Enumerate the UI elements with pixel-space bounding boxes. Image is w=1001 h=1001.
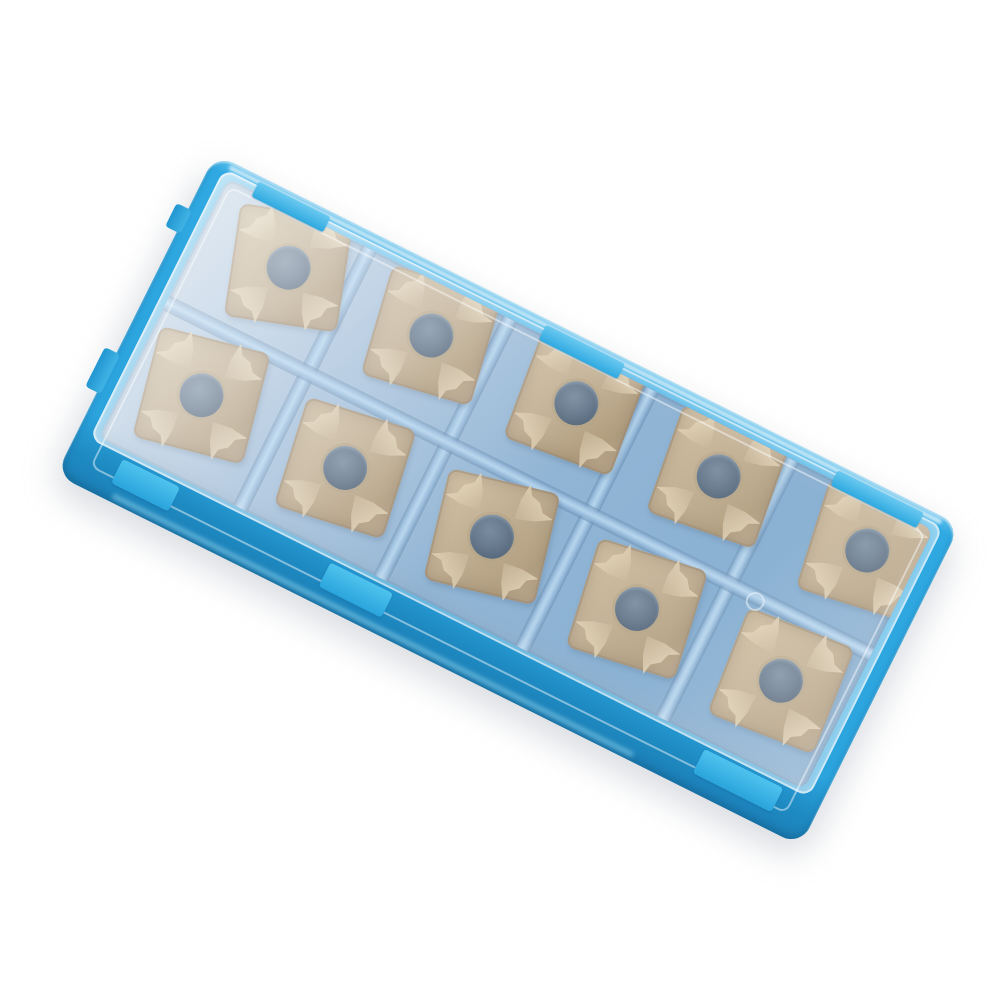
insert-hole [318, 440, 373, 495]
insert-hole [691, 448, 747, 504]
insert-case [56, 154, 960, 846]
insert-hole [404, 308, 459, 363]
chipbreaker-mark-tl [302, 403, 354, 451]
chipbreaker-mark-br [423, 352, 475, 400]
chipbreaker-mark-br [709, 495, 761, 542]
chipbreaker-mark-bl [719, 676, 765, 727]
insert-hole [752, 652, 809, 709]
chipbreaker-mark-br [770, 700, 821, 746]
insert-hole [465, 510, 518, 563]
chipbreaker-mark-br [566, 422, 617, 469]
chipbreaker-mark-br [628, 626, 680, 674]
chipbreaker-mark-tl [741, 616, 792, 662]
chipbreaker-mark-br [337, 485, 389, 533]
chipbreaker-mark-br [195, 411, 247, 460]
insert-hole [840, 523, 895, 578]
chipbreaker-mark-tl [593, 544, 645, 592]
photo-background [0, 0, 1001, 1001]
chipbreaker-mark-tr [797, 634, 843, 685]
insert-hole [548, 375, 605, 432]
insert-r1c4 [646, 404, 792, 550]
insert-hole [175, 368, 229, 422]
insert-hole [264, 243, 314, 293]
insert-hole [609, 581, 664, 636]
chipbreaker-mark-br [486, 552, 539, 601]
